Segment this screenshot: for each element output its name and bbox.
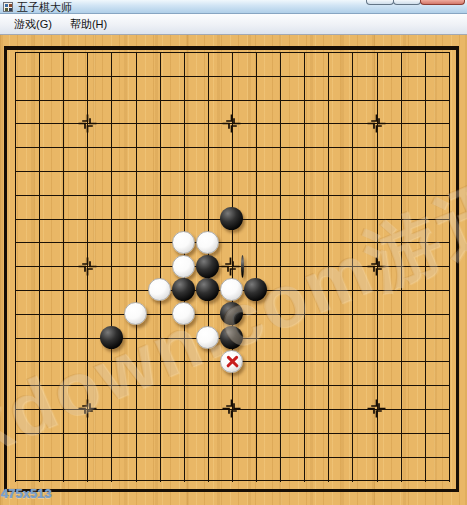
intersection[interactable] [220, 183, 244, 207]
intersection[interactable] [388, 64, 412, 88]
intersection[interactable] [27, 326, 51, 350]
intersection[interactable] [388, 302, 412, 326]
intersection[interactable] [196, 64, 220, 88]
intersection[interactable] [3, 254, 27, 278]
intersection[interactable] [268, 230, 292, 254]
intersection[interactable] [51, 64, 75, 88]
intersection[interactable] [148, 207, 172, 231]
intersection[interactable] [220, 111, 244, 135]
intersection[interactable] [413, 207, 437, 231]
intersection[interactable] [172, 254, 196, 278]
intersection[interactable] [27, 40, 51, 64]
intersection[interactable] [244, 159, 268, 183]
intersection[interactable] [437, 135, 461, 159]
intersection[interactable] [268, 373, 292, 397]
intersection[interactable] [51, 349, 75, 373]
intersection[interactable] [75, 111, 99, 135]
intersection[interactable] [220, 373, 244, 397]
intersection[interactable] [388, 111, 412, 135]
intersection[interactable] [27, 373, 51, 397]
intersection[interactable] [172, 159, 196, 183]
intersection[interactable] [172, 445, 196, 469]
intersection[interactable] [340, 135, 364, 159]
intersection[interactable] [99, 88, 123, 112]
intersection[interactable] [75, 445, 99, 469]
intersection[interactable] [123, 183, 147, 207]
intersection[interactable] [220, 397, 244, 421]
intersection[interactable] [437, 397, 461, 421]
intersection[interactable] [413, 159, 437, 183]
intersection[interactable] [292, 302, 316, 326]
intersection[interactable] [27, 230, 51, 254]
intersection[interactable] [123, 230, 147, 254]
intersection[interactable] [3, 207, 27, 231]
intersection[interactable] [99, 326, 123, 350]
intersection[interactable] [292, 159, 316, 183]
intersection[interactable] [172, 326, 196, 350]
intersection[interactable] [316, 183, 340, 207]
intersection[interactable] [3, 135, 27, 159]
intersection[interactable] [388, 468, 412, 492]
intersection[interactable] [413, 230, 437, 254]
intersection[interactable] [3, 349, 27, 373]
intersection[interactable] [220, 468, 244, 492]
intersection[interactable] [388, 207, 412, 231]
intersection[interactable] [51, 397, 75, 421]
intersection[interactable] [413, 183, 437, 207]
intersection[interactable] [340, 230, 364, 254]
intersection[interactable] [388, 40, 412, 64]
intersection[interactable] [3, 111, 27, 135]
intersection[interactable] [364, 111, 388, 135]
intersection[interactable] [437, 64, 461, 88]
intersection[interactable] [220, 278, 244, 302]
intersection[interactable] [220, 64, 244, 88]
intersection[interactable] [51, 302, 75, 326]
intersection[interactable] [388, 326, 412, 350]
intersection[interactable] [148, 397, 172, 421]
intersection[interactable] [316, 302, 340, 326]
intersection[interactable] [99, 159, 123, 183]
intersection[interactable] [99, 254, 123, 278]
intersection[interactable] [99, 207, 123, 231]
intersection[interactable] [75, 349, 99, 373]
intersection[interactable] [268, 207, 292, 231]
intersection[interactable] [148, 159, 172, 183]
intersection[interactable] [316, 88, 340, 112]
intersection[interactable] [388, 159, 412, 183]
intersection[interactable] [268, 135, 292, 159]
intersection[interactable] [316, 278, 340, 302]
intersection[interactable] [27, 207, 51, 231]
intersection[interactable] [148, 135, 172, 159]
intersection[interactable] [123, 397, 147, 421]
intersection[interactable] [172, 40, 196, 64]
intersection[interactable] [172, 421, 196, 445]
intersection[interactable] [413, 254, 437, 278]
intersection[interactable] [123, 468, 147, 492]
intersection[interactable] [388, 254, 412, 278]
intersection[interactable] [364, 445, 388, 469]
intersection[interactable] [148, 302, 172, 326]
minimize-button[interactable] [366, 0, 394, 5]
intersection[interactable] [388, 397, 412, 421]
intersection[interactable] [148, 230, 172, 254]
intersection[interactable] [148, 373, 172, 397]
intersection[interactable] [51, 468, 75, 492]
intersection[interactable] [196, 421, 220, 445]
intersection[interactable] [437, 278, 461, 302]
intersection[interactable] [292, 468, 316, 492]
intersection[interactable] [27, 302, 51, 326]
intersection[interactable] [268, 349, 292, 373]
maximize-button[interactable] [393, 0, 421, 5]
intersection[interactable] [75, 278, 99, 302]
intersection[interactable] [51, 326, 75, 350]
intersection[interactable] [99, 278, 123, 302]
intersection[interactable] [292, 421, 316, 445]
intersection[interactable] [413, 326, 437, 350]
intersection[interactable] [364, 278, 388, 302]
intersection[interactable] [292, 397, 316, 421]
intersection[interactable] [27, 64, 51, 88]
intersection[interactable] [196, 111, 220, 135]
intersection[interactable] [292, 111, 316, 135]
intersection[interactable] [437, 326, 461, 350]
intersection[interactable] [413, 135, 437, 159]
intersection[interactable] [388, 349, 412, 373]
intersection[interactable] [437, 230, 461, 254]
intersection[interactable] [196, 254, 220, 278]
intersection[interactable] [3, 88, 27, 112]
intersection[interactable] [316, 64, 340, 88]
intersection[interactable] [364, 88, 388, 112]
intersection[interactable] [364, 373, 388, 397]
intersection[interactable] [99, 64, 123, 88]
intersection[interactable] [99, 302, 123, 326]
intersection[interactable] [292, 278, 316, 302]
intersection[interactable] [340, 111, 364, 135]
intersection[interactable] [196, 302, 220, 326]
intersection[interactable] [268, 421, 292, 445]
intersection[interactable] [413, 278, 437, 302]
intersection[interactable] [437, 302, 461, 326]
intersection[interactable] [364, 326, 388, 350]
intersection[interactable] [3, 40, 27, 64]
intersection[interactable] [196, 40, 220, 64]
intersection[interactable] [220, 40, 244, 64]
intersection[interactable] [99, 40, 123, 64]
intersection[interactable] [27, 135, 51, 159]
intersection[interactable] [220, 230, 244, 254]
intersection[interactable] [196, 326, 220, 350]
intersection[interactable] [123, 445, 147, 469]
intersection[interactable] [268, 278, 292, 302]
intersection[interactable] [123, 349, 147, 373]
intersection[interactable] [316, 135, 340, 159]
intersection[interactable] [123, 254, 147, 278]
intersection[interactable] [123, 326, 147, 350]
intersection[interactable] [148, 468, 172, 492]
intersection[interactable] [99, 397, 123, 421]
intersection[interactable] [172, 135, 196, 159]
intersection[interactable] [340, 64, 364, 88]
intersection[interactable] [196, 278, 220, 302]
intersection[interactable] [340, 207, 364, 231]
intersection[interactable] [437, 254, 461, 278]
intersection[interactable] [316, 207, 340, 231]
intersection[interactable] [364, 302, 388, 326]
intersection[interactable] [3, 373, 27, 397]
intersection[interactable] [51, 111, 75, 135]
intersection[interactable] [75, 230, 99, 254]
intersection[interactable] [172, 302, 196, 326]
intersection[interactable] [99, 230, 123, 254]
intersection[interactable] [75, 302, 99, 326]
intersection[interactable] [3, 468, 27, 492]
intersection[interactable] [244, 397, 268, 421]
intersection[interactable] [123, 40, 147, 64]
intersection[interactable] [244, 421, 268, 445]
intersection[interactable] [3, 326, 27, 350]
intersection[interactable] [220, 302, 244, 326]
intersection[interactable] [27, 111, 51, 135]
intersection[interactable] [316, 159, 340, 183]
intersection[interactable] [268, 397, 292, 421]
intersection[interactable] [340, 326, 364, 350]
intersection[interactable] [244, 40, 268, 64]
intersection[interactable] [292, 88, 316, 112]
intersection[interactable] [316, 445, 340, 469]
intersection[interactable] [99, 373, 123, 397]
intersection[interactable] [364, 468, 388, 492]
intersection[interactable] [364, 349, 388, 373]
intersection[interactable] [244, 373, 268, 397]
intersection[interactable] [364, 421, 388, 445]
intersection[interactable] [292, 230, 316, 254]
intersection[interactable] [220, 159, 244, 183]
intersection[interactable] [437, 468, 461, 492]
intersection[interactable] [340, 40, 364, 64]
intersection[interactable] [413, 373, 437, 397]
intersection[interactable] [292, 40, 316, 64]
intersection[interactable] [3, 445, 27, 469]
intersection[interactable] [123, 207, 147, 231]
intersection[interactable] [244, 302, 268, 326]
intersection[interactable] [316, 254, 340, 278]
intersection[interactable] [172, 373, 196, 397]
intersection[interactable] [220, 88, 244, 112]
intersection[interactable] [148, 40, 172, 64]
intersection[interactable] [364, 254, 388, 278]
intersection[interactable] [51, 159, 75, 183]
intersection[interactable] [364, 159, 388, 183]
intersection[interactable] [413, 349, 437, 373]
intersection[interactable] [123, 278, 147, 302]
intersection[interactable] [196, 207, 220, 231]
intersection[interactable] [316, 468, 340, 492]
intersection[interactable] [268, 40, 292, 64]
intersection[interactable] [51, 135, 75, 159]
intersection[interactable] [364, 40, 388, 64]
intersection[interactable] [244, 349, 268, 373]
intersection[interactable] [292, 183, 316, 207]
intersection[interactable] [75, 159, 99, 183]
intersection[interactable] [27, 88, 51, 112]
intersection[interactable] [413, 64, 437, 88]
intersection[interactable] [292, 326, 316, 350]
intersection[interactable] [196, 183, 220, 207]
intersection[interactable] [196, 230, 220, 254]
intersection[interactable] [75, 135, 99, 159]
intersection[interactable] [148, 326, 172, 350]
intersection[interactable] [3, 183, 27, 207]
intersection[interactable] [196, 135, 220, 159]
intersection[interactable] [437, 159, 461, 183]
intersection[interactable] [413, 445, 437, 469]
intersection[interactable] [244, 111, 268, 135]
intersection[interactable] [51, 278, 75, 302]
intersection[interactable] [123, 64, 147, 88]
intersection[interactable] [437, 183, 461, 207]
intersection[interactable] [244, 230, 268, 254]
intersection[interactable] [364, 135, 388, 159]
intersection[interactable] [172, 349, 196, 373]
intersection[interactable] [437, 445, 461, 469]
intersection[interactable] [220, 207, 244, 231]
intersection[interactable] [244, 468, 268, 492]
intersection[interactable] [413, 111, 437, 135]
intersection[interactable] [220, 421, 244, 445]
intersection[interactable] [148, 111, 172, 135]
intersection[interactable] [340, 159, 364, 183]
intersection[interactable] [148, 183, 172, 207]
intersection[interactable] [316, 397, 340, 421]
intersection[interactable] [27, 349, 51, 373]
intersection[interactable] [123, 373, 147, 397]
intersection[interactable] [244, 326, 268, 350]
intersection[interactable] [99, 468, 123, 492]
intersection[interactable] [172, 183, 196, 207]
intersection[interactable] [413, 468, 437, 492]
intersection[interactable] [316, 373, 340, 397]
intersection[interactable] [3, 230, 27, 254]
intersection[interactable] [220, 445, 244, 469]
intersection[interactable] [172, 397, 196, 421]
intersection[interactable] [220, 349, 244, 373]
intersection[interactable] [364, 207, 388, 231]
intersection[interactable] [148, 278, 172, 302]
intersection[interactable] [27, 397, 51, 421]
intersection[interactable] [413, 397, 437, 421]
intersection[interactable] [99, 349, 123, 373]
intersection[interactable] [437, 40, 461, 64]
intersection[interactable] [99, 135, 123, 159]
intersection[interactable] [268, 64, 292, 88]
intersection[interactable] [172, 207, 196, 231]
menu-item-help[interactable]: 帮助(H) [61, 15, 116, 34]
intersection[interactable] [3, 421, 27, 445]
intersection[interactable] [123, 88, 147, 112]
intersection[interactable] [51, 421, 75, 445]
intersection[interactable] [244, 88, 268, 112]
intersection[interactable] [244, 278, 268, 302]
intersection[interactable] [388, 88, 412, 112]
intersection[interactable] [172, 88, 196, 112]
intersection[interactable] [75, 326, 99, 350]
intersection[interactable] [123, 159, 147, 183]
intersection[interactable] [51, 88, 75, 112]
intersection[interactable] [413, 421, 437, 445]
intersection[interactable] [388, 135, 412, 159]
intersection[interactable] [437, 88, 461, 112]
intersection[interactable] [268, 159, 292, 183]
intersection[interactable] [196, 445, 220, 469]
intersection[interactable] [292, 445, 316, 469]
intersection[interactable] [123, 135, 147, 159]
intersection[interactable] [340, 254, 364, 278]
close-button[interactable] [420, 0, 465, 5]
intersection[interactable] [148, 445, 172, 469]
intersection[interactable] [172, 230, 196, 254]
intersection[interactable] [220, 254, 244, 278]
intersection[interactable] [316, 230, 340, 254]
intersection[interactable] [340, 183, 364, 207]
intersection[interactable] [123, 111, 147, 135]
intersection[interactable] [268, 468, 292, 492]
menu-item-game[interactable]: 游戏(G) [5, 15, 61, 34]
intersection[interactable] [27, 445, 51, 469]
intersection[interactable] [196, 397, 220, 421]
intersection[interactable] [27, 278, 51, 302]
intersection[interactable] [51, 230, 75, 254]
intersection[interactable] [437, 421, 461, 445]
intersection[interactable] [316, 40, 340, 64]
intersection[interactable] [75, 64, 99, 88]
intersection[interactable] [268, 88, 292, 112]
intersection[interactable] [75, 88, 99, 112]
intersection[interactable] [172, 468, 196, 492]
intersection[interactable] [3, 159, 27, 183]
intersection[interactable] [268, 111, 292, 135]
intersection[interactable] [340, 397, 364, 421]
intersection[interactable] [388, 421, 412, 445]
intersection[interactable] [244, 207, 268, 231]
intersection[interactable] [340, 373, 364, 397]
intersection[interactable] [27, 421, 51, 445]
intersection[interactable] [220, 326, 244, 350]
intersection[interactable] [340, 421, 364, 445]
intersection[interactable] [292, 135, 316, 159]
intersection[interactable] [123, 302, 147, 326]
intersection[interactable] [388, 183, 412, 207]
intersection[interactable] [148, 349, 172, 373]
intersection[interactable] [340, 468, 364, 492]
intersection[interactable] [340, 88, 364, 112]
intersection[interactable] [388, 445, 412, 469]
intersection[interactable] [51, 373, 75, 397]
intersection[interactable] [75, 254, 99, 278]
intersection[interactable] [244, 254, 268, 278]
intersection[interactable] [268, 445, 292, 469]
intersection[interactable] [99, 111, 123, 135]
intersection[interactable] [316, 326, 340, 350]
intersection[interactable] [99, 445, 123, 469]
intersection[interactable] [292, 254, 316, 278]
intersection[interactable] [196, 373, 220, 397]
intersection[interactable] [3, 64, 27, 88]
intersection[interactable] [340, 445, 364, 469]
